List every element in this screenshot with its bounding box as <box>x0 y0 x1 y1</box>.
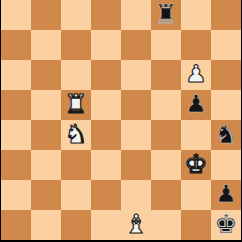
square-b7[interactable] <box>31 30 61 60</box>
square-c7[interactable] <box>61 30 91 60</box>
square-d6[interactable] <box>91 60 121 90</box>
square-a3[interactable] <box>1 150 31 180</box>
square-g7[interactable] <box>181 30 211 60</box>
square-f3[interactable] <box>151 150 181 180</box>
square-f1[interactable] <box>151 210 181 240</box>
square-a8[interactable] <box>1 0 31 30</box>
square-f7[interactable] <box>151 30 181 60</box>
square-g2[interactable] <box>181 180 211 210</box>
square-e2[interactable] <box>121 180 151 210</box>
square-b3[interactable] <box>31 150 61 180</box>
white-pawn[interactable]: ♟ <box>185 60 207 89</box>
square-f4[interactable] <box>151 120 181 150</box>
square-f8[interactable]: ♜ <box>151 0 181 30</box>
black-rook[interactable]: ♜ <box>154 0 177 29</box>
square-c1[interactable] <box>61 210 91 240</box>
square-h8[interactable] <box>211 0 241 30</box>
square-e1[interactable]: ♝ <box>121 210 151 240</box>
black-pawn[interactable]: ♟ <box>215 180 237 209</box>
board-grid: ♜♟♜♟♞♞♚♟♝♚ <box>1 0 241 240</box>
square-f2[interactable] <box>151 180 181 210</box>
black-pawn[interactable]: ♟ <box>185 90 207 119</box>
square-a6[interactable] <box>1 60 31 90</box>
square-b1[interactable] <box>31 210 61 240</box>
square-c6[interactable] <box>61 60 91 90</box>
square-h4[interactable]: ♞ <box>211 120 241 150</box>
square-b5[interactable] <box>31 90 61 120</box>
square-a4[interactable] <box>1 120 31 150</box>
square-e3[interactable] <box>121 150 151 180</box>
square-e4[interactable] <box>121 120 151 150</box>
square-d4[interactable] <box>91 120 121 150</box>
square-d1[interactable] <box>91 210 121 240</box>
square-b4[interactable] <box>31 120 61 150</box>
chess-board: ♜♟♜♟♞♞♚♟♝♚ <box>0 0 242 242</box>
square-h7[interactable] <box>211 30 241 60</box>
square-d8[interactable] <box>91 0 121 30</box>
square-d3[interactable] <box>91 150 121 180</box>
square-b6[interactable] <box>31 60 61 90</box>
square-b2[interactable] <box>31 180 61 210</box>
white-rook[interactable]: ♜ <box>64 90 87 119</box>
square-a5[interactable] <box>1 90 31 120</box>
square-e6[interactable] <box>121 60 151 90</box>
square-h2[interactable]: ♟ <box>211 180 241 210</box>
square-e7[interactable] <box>121 30 151 60</box>
square-d2[interactable] <box>91 180 121 210</box>
square-a1[interactable] <box>1 210 31 240</box>
square-f6[interactable] <box>151 60 181 90</box>
square-c5[interactable]: ♜ <box>61 90 91 120</box>
square-g3[interactable]: ♚ <box>181 150 211 180</box>
square-h5[interactable] <box>211 90 241 120</box>
square-c3[interactable] <box>61 150 91 180</box>
square-g8[interactable] <box>181 0 211 30</box>
square-d7[interactable] <box>91 30 121 60</box>
white-bishop[interactable]: ♝ <box>124 210 147 239</box>
square-e5[interactable] <box>121 90 151 120</box>
square-g5[interactable]: ♟ <box>181 90 211 120</box>
square-e8[interactable] <box>121 0 151 30</box>
square-h1[interactable]: ♚ <box>211 210 241 240</box>
square-h6[interactable] <box>211 60 241 90</box>
square-c8[interactable] <box>61 0 91 30</box>
black-king[interactable]: ♚ <box>214 210 237 239</box>
white-knight[interactable]: ♞ <box>64 120 87 149</box>
square-c4[interactable]: ♞ <box>61 120 91 150</box>
square-g4[interactable] <box>181 120 211 150</box>
square-g6[interactable]: ♟ <box>181 60 211 90</box>
white-king[interactable]: ♚ <box>184 150 207 179</box>
square-a2[interactable] <box>1 180 31 210</box>
square-f5[interactable] <box>151 90 181 120</box>
square-c2[interactable] <box>61 180 91 210</box>
black-knight[interactable]: ♞ <box>214 120 237 149</box>
square-b8[interactable] <box>31 0 61 30</box>
square-h3[interactable] <box>211 150 241 180</box>
square-a7[interactable] <box>1 30 31 60</box>
square-d5[interactable] <box>91 90 121 120</box>
square-g1[interactable] <box>181 210 211 240</box>
